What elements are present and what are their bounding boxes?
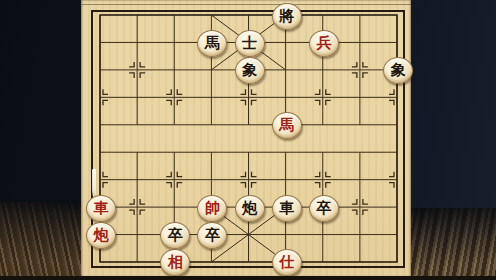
piece-glyph: 炮: [94, 228, 109, 243]
piece-red-soldier[interactable]: 兵: [309, 30, 339, 57]
piece-red-horse[interactable]: 馬: [272, 112, 302, 139]
piece-glyph: 帥: [205, 201, 220, 216]
piece-red-cannon[interactable]: 炮: [86, 222, 116, 249]
piece-glyph: 象: [242, 63, 257, 78]
piece-black-elephant[interactable]: 象: [235, 57, 265, 84]
piece-glyph: 兵: [316, 36, 331, 51]
xiangqi-board: 將馬士兵象象馬車帥炮車卒炮卒卒相仕: [81, 0, 411, 277]
bottom-letterbox: [0, 276, 496, 280]
piece-glyph: 馬: [279, 118, 294, 133]
piece-black-advisor[interactable]: 士: [235, 30, 265, 57]
piece-black-general[interactable]: 將: [272, 3, 302, 30]
piece-glyph: 馬: [205, 36, 220, 51]
piece-red-advisor[interactable]: 仕: [272, 249, 302, 276]
piece-glyph: 卒: [168, 228, 183, 243]
piece-glyph: 卒: [316, 201, 331, 216]
wood-floor-right: [411, 208, 496, 280]
piece-black-cannon[interactable]: 炮: [235, 195, 265, 222]
piece-black-soldier[interactable]: 卒: [309, 195, 339, 222]
edge-highlight-artifact: [92, 169, 96, 196]
piece-glyph: 士: [242, 36, 257, 51]
piece-glyph: 卒: [205, 228, 220, 243]
piece-glyph: 象: [391, 63, 406, 78]
piece-glyph: 車: [279, 201, 294, 216]
piece-red-general[interactable]: 帥: [197, 195, 227, 222]
piece-glyph: 仕: [279, 255, 294, 270]
wood-floor-left: [0, 202, 81, 280]
piece-glyph: 車: [94, 201, 109, 216]
piece-black-chariot[interactable]: 車: [272, 195, 302, 222]
piece-glyph: 相: [168, 255, 183, 270]
piece-glyph: 炮: [242, 201, 257, 216]
piece-glyph: 將: [279, 9, 294, 24]
piece-red-chariot[interactable]: 車: [86, 195, 116, 222]
